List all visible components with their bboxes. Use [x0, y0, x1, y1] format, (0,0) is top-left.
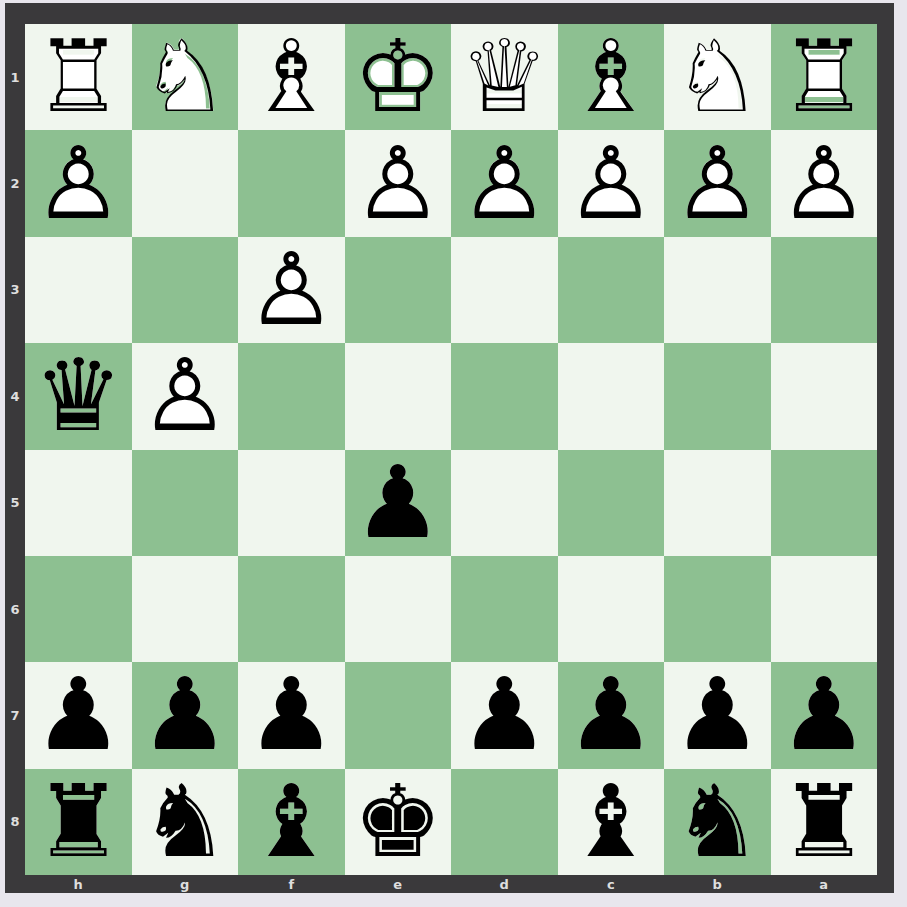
white-bishop-piece: ♝♗: [246, 27, 336, 127]
white-pawn-piece: ♟♙: [779, 134, 869, 234]
square-c1[interactable]: ♝♗: [558, 24, 665, 130]
square-g5[interactable]: [132, 450, 239, 556]
square-d4[interactable]: [451, 343, 558, 449]
white-pawn-piece: ♟♙: [246, 240, 336, 340]
black-rook-piece: ♜♜: [33, 772, 123, 872]
black-pawn-piece: ♟♟: [353, 453, 443, 553]
square-b2[interactable]: ♟♙: [664, 130, 771, 236]
square-d2[interactable]: ♟♙: [451, 130, 558, 236]
square-g1[interactable]: ♞♘: [132, 24, 239, 130]
white-queen-piece: ♛♕: [459, 27, 549, 127]
square-d7[interactable]: ♟♟: [451, 662, 558, 768]
white-pawn-piece: ♟♙: [140, 346, 230, 446]
square-b8[interactable]: ♞♞: [664, 769, 771, 875]
square-f8[interactable]: ♝♝: [238, 769, 345, 875]
square-d8[interactable]: [451, 769, 558, 875]
file-label-f: f: [288, 878, 294, 891]
square-h8[interactable]: ♜♜: [25, 769, 132, 875]
square-e5[interactable]: ♟♟: [345, 450, 452, 556]
white-pawn-piece: ♟♙: [353, 134, 443, 234]
square-e8[interactable]: ♚♚: [345, 769, 452, 875]
square-g8[interactable]: ♞♞: [132, 769, 239, 875]
black-rook-piece: ♜♜: [779, 772, 869, 872]
rank-label-4: 4: [10, 390, 19, 403]
rank-label-1: 1: [10, 71, 19, 84]
square-g6[interactable]: [132, 556, 239, 662]
square-g2[interactable]: [132, 130, 239, 236]
square-f3[interactable]: ♟♙: [238, 237, 345, 343]
rank-label-6: 6: [10, 603, 19, 616]
square-e2[interactable]: ♟♙: [345, 130, 452, 236]
board: ♜♖♞♘♝♗♚♔♛♕♝♗♞♘♜♖♟♙♟♙♟♙♟♙♟♙♟♙♟♙♛♛♟♙♟♟♟♟♟♟…: [25, 24, 877, 875]
square-a5[interactable]: [771, 450, 878, 556]
black-pawn-piece: ♟♟: [566, 665, 656, 765]
square-a7[interactable]: ♟♟: [771, 662, 878, 768]
square-a6[interactable]: [771, 556, 878, 662]
square-b3[interactable]: [664, 237, 771, 343]
file-label-b: b: [713, 878, 722, 891]
black-knight-piece: ♞♞: [672, 772, 762, 872]
square-a3[interactable]: [771, 237, 878, 343]
square-g3[interactable]: [132, 237, 239, 343]
rank-label-7: 7: [10, 709, 19, 722]
rank-labels: 12345678: [5, 24, 25, 875]
square-c2[interactable]: ♟♙: [558, 130, 665, 236]
square-c4[interactable]: [558, 343, 665, 449]
file-label-a: a: [819, 878, 828, 891]
file-label-h: h: [74, 878, 83, 891]
file-label-d: d: [500, 878, 509, 891]
square-a2[interactable]: ♟♙: [771, 130, 878, 236]
file-labels: hgfedcba: [25, 875, 877, 893]
square-b5[interactable]: [664, 450, 771, 556]
square-c8[interactable]: ♝♝: [558, 769, 665, 875]
square-e6[interactable]: [345, 556, 452, 662]
square-e4[interactable]: [345, 343, 452, 449]
rank-label-3: 3: [10, 283, 19, 296]
white-king-piece: ♚♔: [353, 27, 443, 127]
square-f2[interactable]: [238, 130, 345, 236]
white-pawn-piece: ♟♙: [672, 134, 762, 234]
square-c5[interactable]: [558, 450, 665, 556]
rank-label-8: 8: [10, 815, 19, 828]
square-b7[interactable]: ♟♟: [664, 662, 771, 768]
square-h3[interactable]: [25, 237, 132, 343]
square-g4[interactable]: ♟♙: [132, 343, 239, 449]
square-b1[interactable]: ♞♘: [664, 24, 771, 130]
rank-label-2: 2: [10, 177, 19, 190]
square-c3[interactable]: [558, 237, 665, 343]
square-f5[interactable]: [238, 450, 345, 556]
square-e3[interactable]: [345, 237, 452, 343]
file-label-g: g: [180, 878, 189, 891]
square-b4[interactable]: [664, 343, 771, 449]
black-pawn-piece: ♟♟: [140, 665, 230, 765]
square-c6[interactable]: [558, 556, 665, 662]
square-g7[interactable]: ♟♟: [132, 662, 239, 768]
black-pawn-piece: ♟♟: [459, 665, 549, 765]
black-king-piece: ♚♚: [353, 772, 443, 872]
square-e7[interactable]: [345, 662, 452, 768]
rank-label-5: 5: [10, 496, 19, 509]
white-rook-piece: ♜♖: [33, 27, 123, 127]
black-bishop-piece: ♝♝: [246, 772, 336, 872]
square-c7[interactable]: ♟♟: [558, 662, 665, 768]
square-a1[interactable]: ♜♖: [771, 24, 878, 130]
square-d3[interactable]: [451, 237, 558, 343]
square-a4[interactable]: [771, 343, 878, 449]
square-d5[interactable]: [451, 450, 558, 556]
file-label-c: c: [607, 878, 615, 891]
black-pawn-piece: ♟♟: [246, 665, 336, 765]
file-label-e: e: [393, 878, 402, 891]
square-h1[interactable]: ♜♖: [25, 24, 132, 130]
white-pawn-piece: ♟♙: [33, 134, 123, 234]
square-d1[interactable]: ♛♕: [451, 24, 558, 130]
square-f7[interactable]: ♟♟: [238, 662, 345, 768]
square-f4[interactable]: [238, 343, 345, 449]
square-e1[interactable]: ♚♔: [345, 24, 452, 130]
white-knight-piece: ♞♘: [140, 27, 230, 127]
black-knight-piece: ♞♞: [140, 772, 230, 872]
black-pawn-piece: ♟♟: [779, 665, 869, 765]
square-b6[interactable]: [664, 556, 771, 662]
square-a8[interactable]: ♜♜: [771, 769, 878, 875]
square-h6[interactable]: [25, 556, 132, 662]
white-pawn-piece: ♟♙: [459, 134, 549, 234]
white-rook-piece: ♜♖: [779, 27, 869, 127]
black-pawn-piece: ♟♟: [672, 665, 762, 765]
square-d6[interactable]: [451, 556, 558, 662]
square-f1[interactable]: ♝♗: [238, 24, 345, 130]
black-pawn-piece: ♟♟: [33, 665, 123, 765]
square-f6[interactable]: [238, 556, 345, 662]
black-queen-piece: ♛♛: [33, 346, 123, 446]
black-bishop-piece: ♝♝: [566, 772, 656, 872]
square-h5[interactable]: [25, 450, 132, 556]
square-h2[interactable]: ♟♙: [25, 130, 132, 236]
white-knight-piece: ♞♘: [672, 27, 762, 127]
board-frame: ♜♖♞♘♝♗♚♔♛♕♝♗♞♘♜♖♟♙♟♙♟♙♟♙♟♙♟♙♟♙♛♛♟♙♟♟♟♟♟♟…: [5, 3, 894, 893]
square-h4[interactable]: ♛♛: [25, 343, 132, 449]
white-pawn-piece: ♟♙: [566, 134, 656, 234]
white-bishop-piece: ♝♗: [566, 27, 656, 127]
square-h7[interactable]: ♟♟: [25, 662, 132, 768]
